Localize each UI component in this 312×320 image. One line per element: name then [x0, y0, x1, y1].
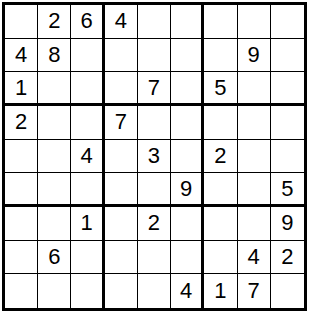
sudoku-cell-r2c4-empty[interactable] — [105, 39, 138, 73]
sudoku-board: 2644891752743295129642417 — [2, 2, 307, 311]
sudoku-cell-r7c9-given[interactable]: 9 — [271, 207, 304, 241]
sudoku-cell-r8c7-empty[interactable] — [204, 241, 237, 275]
sudoku-cell-r7c2-empty[interactable] — [38, 207, 71, 241]
sudoku-cell-r1c5-empty[interactable] — [138, 5, 171, 39]
sudoku-cell-r6c5-empty[interactable] — [138, 173, 171, 207]
sudoku-cell-r9c5-empty[interactable] — [138, 274, 171, 308]
sudoku-cell-r2c1-given[interactable]: 4 — [5, 39, 38, 73]
sudoku-cell-r1c7-empty[interactable] — [204, 5, 237, 39]
sudoku-cell-r3c7-given[interactable]: 5 — [204, 72, 237, 106]
sudoku-cell-r7c8-empty[interactable] — [238, 207, 271, 241]
sudoku-cell-r9c1-empty[interactable] — [5, 274, 38, 308]
sudoku-cell-r4c8-empty[interactable] — [238, 106, 271, 140]
sudoku-cell-r9c2-empty[interactable] — [38, 274, 71, 308]
sudoku-cell-r7c3-given[interactable]: 1 — [71, 207, 104, 241]
sudoku-cell-r2c8-given[interactable]: 9 — [238, 39, 271, 73]
sudoku-cell-r5c3-given[interactable]: 4 — [71, 140, 104, 174]
sudoku-cell-r3c3-empty[interactable] — [71, 72, 104, 106]
sudoku-cell-r6c6-given[interactable]: 9 — [171, 173, 204, 207]
sudoku-cell-r6c2-empty[interactable] — [38, 173, 71, 207]
sudoku-cell-r7c5-given[interactable]: 2 — [138, 207, 171, 241]
sudoku-cell-r1c1-empty[interactable] — [5, 5, 38, 39]
sudoku-cell-r1c4-given[interactable]: 4 — [105, 5, 138, 39]
sudoku-cell-r2c7-empty[interactable] — [204, 39, 237, 73]
sudoku-cell-r2c3-empty[interactable] — [71, 39, 104, 73]
sudoku-page: 2644891752743295129642417 — [0, 0, 312, 320]
sudoku-cell-r5c2-empty[interactable] — [38, 140, 71, 174]
sudoku-cell-r8c9-given[interactable]: 2 — [271, 241, 304, 275]
sudoku-cell-r7c1-empty[interactable] — [5, 207, 38, 241]
sudoku-cell-r7c4-empty[interactable] — [105, 207, 138, 241]
sudoku-cell-r8c3-empty[interactable] — [71, 241, 104, 275]
sudoku-cell-r6c8-empty[interactable] — [238, 173, 271, 207]
sudoku-cell-r5c7-given[interactable]: 2 — [204, 140, 237, 174]
sudoku-cell-r9c6-given[interactable]: 4 — [171, 274, 204, 308]
sudoku-cell-r3c1-given[interactable]: 1 — [5, 72, 38, 106]
sudoku-cell-r5c9-empty[interactable] — [271, 140, 304, 174]
sudoku-cell-r1c6-empty[interactable] — [171, 5, 204, 39]
sudoku-cell-r1c9-empty[interactable] — [271, 5, 304, 39]
sudoku-cell-r3c6-empty[interactable] — [171, 72, 204, 106]
sudoku-cell-r8c5-empty[interactable] — [138, 241, 171, 275]
sudoku-cell-r2c9-empty[interactable] — [271, 39, 304, 73]
sudoku-cell-r4c5-empty[interactable] — [138, 106, 171, 140]
sudoku-cell-r8c8-given[interactable]: 4 — [238, 241, 271, 275]
sudoku-cell-r8c6-empty[interactable] — [171, 241, 204, 275]
sudoku-cell-r3c8-empty[interactable] — [238, 72, 271, 106]
sudoku-cell-r4c4-given[interactable]: 7 — [105, 106, 138, 140]
sudoku-cell-r6c3-empty[interactable] — [71, 173, 104, 207]
sudoku-cell-r3c4-empty[interactable] — [105, 72, 138, 106]
sudoku-cell-r9c9-empty[interactable] — [271, 274, 304, 308]
sudoku-cell-r6c9-given[interactable]: 5 — [271, 173, 304, 207]
sudoku-cell-r4c1-given[interactable]: 2 — [5, 106, 38, 140]
sudoku-cell-r1c3-given[interactable]: 6 — [71, 5, 104, 39]
sudoku-cell-r2c5-empty[interactable] — [138, 39, 171, 73]
sudoku-cell-r5c6-empty[interactable] — [171, 140, 204, 174]
sudoku-cell-r1c8-empty[interactable] — [238, 5, 271, 39]
sudoku-cell-r4c9-empty[interactable] — [271, 106, 304, 140]
sudoku-cell-r7c7-empty[interactable] — [204, 207, 237, 241]
sudoku-cell-r6c4-empty[interactable] — [105, 173, 138, 207]
sudoku-cell-r1c2-given[interactable]: 2 — [38, 5, 71, 39]
sudoku-cell-r2c2-given[interactable]: 8 — [38, 39, 71, 73]
sudoku-cell-r9c7-given[interactable]: 1 — [204, 274, 237, 308]
sudoku-cell-r6c7-empty[interactable] — [204, 173, 237, 207]
sudoku-cell-r7c6-empty[interactable] — [171, 207, 204, 241]
sudoku-cell-r3c5-given[interactable]: 7 — [138, 72, 171, 106]
sudoku-cell-r4c2-empty[interactable] — [38, 106, 71, 140]
sudoku-cell-r6c1-empty[interactable] — [5, 173, 38, 207]
sudoku-cell-r5c1-empty[interactable] — [5, 140, 38, 174]
sudoku-cell-r8c4-empty[interactable] — [105, 241, 138, 275]
sudoku-cell-r8c1-empty[interactable] — [5, 241, 38, 275]
sudoku-cell-r4c6-empty[interactable] — [171, 106, 204, 140]
sudoku-cell-r4c7-empty[interactable] — [204, 106, 237, 140]
sudoku-cell-r9c3-empty[interactable] — [71, 274, 104, 308]
sudoku-cell-r2c6-empty[interactable] — [171, 39, 204, 73]
sudoku-cell-r3c9-empty[interactable] — [271, 72, 304, 106]
sudoku-cell-r5c4-empty[interactable] — [105, 140, 138, 174]
sudoku-cell-r9c8-given[interactable]: 7 — [238, 274, 271, 308]
sudoku-cell-r4c3-empty[interactable] — [71, 106, 104, 140]
sudoku-cell-r5c5-given[interactable]: 3 — [138, 140, 171, 174]
sudoku-cell-r5c8-empty[interactable] — [238, 140, 271, 174]
sudoku-cell-r8c2-given[interactable]: 6 — [38, 241, 71, 275]
sudoku-cell-r9c4-empty[interactable] — [105, 274, 138, 308]
sudoku-cell-r3c2-empty[interactable] — [38, 72, 71, 106]
